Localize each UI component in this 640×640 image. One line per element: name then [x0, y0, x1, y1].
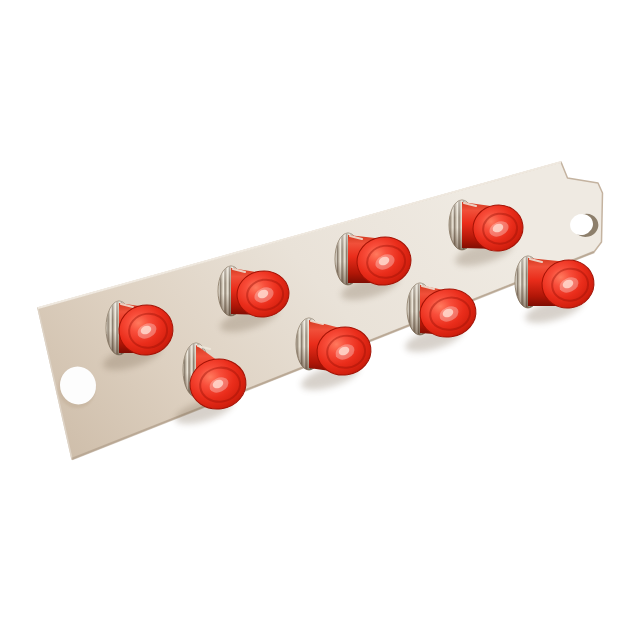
product-photo: [0, 0, 640, 640]
adapter-8: [515, 256, 597, 328]
adapter-panel-scene: [0, 0, 640, 640]
